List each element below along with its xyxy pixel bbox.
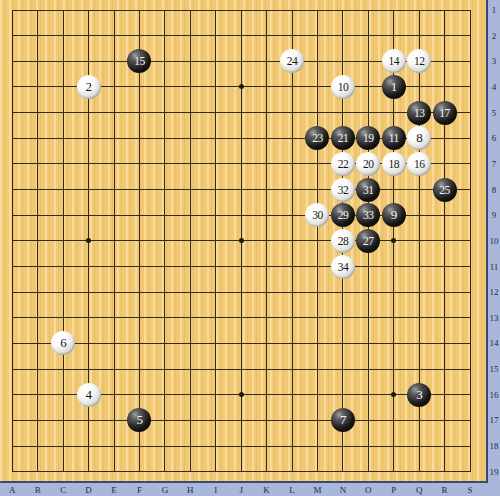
stone-white-10: 10 [331,75,355,99]
move-number: 14 [389,55,400,67]
move-number: 16 [414,157,425,169]
move-number: 27 [363,234,374,246]
stone-black-23: 23 [305,126,329,150]
grid-line-vertical [164,10,165,473]
move-number: 8 [416,130,422,146]
move-number: 24 [287,55,298,67]
column-label-R: R [442,485,448,495]
column-label-B: B [35,485,41,495]
move-number: 9 [391,207,397,223]
grid-line-vertical [266,10,267,473]
row-label-5: 5 [492,108,497,118]
stone-black-33: 33 [356,203,380,227]
move-number: 20 [363,157,374,169]
grid-line-vertical [470,10,471,473]
stone-white-32: 32 [331,178,355,202]
row-label-12: 12 [490,287,499,297]
star-point [391,392,396,397]
stone-white-34: 34 [331,255,355,279]
stone-white-30: 30 [305,203,329,227]
stone-white-28: 28 [331,229,355,253]
stone-white-18: 18 [382,152,406,176]
move-number: 5 [136,412,142,428]
grid-line-vertical [12,10,13,473]
column-label-Q: Q [416,485,423,495]
stone-black-27: 27 [356,229,380,253]
stone-white-14: 14 [382,49,406,73]
stone-black-3: 3 [407,383,431,407]
move-number: 34 [338,260,349,272]
grid-line-vertical [63,10,64,473]
row-label-17: 17 [490,415,499,425]
column-label-L: L [289,485,295,495]
move-number: 18 [389,157,400,169]
stone-white-20: 20 [356,152,380,176]
row-label-4: 4 [492,82,497,92]
star-point [86,238,91,243]
stone-black-1: 1 [382,75,406,99]
move-number: 2 [86,78,92,94]
grid-line-vertical [317,10,318,473]
move-number: 15 [134,55,145,67]
move-number: 1 [391,78,397,94]
row-label-2: 2 [492,31,497,41]
stone-black-11: 11 [382,126,406,150]
move-number: 12 [414,55,425,67]
stone-black-31: 31 [356,178,380,202]
go-diagram-window: 1234567891011121314151617181920212223242… [0,0,500,496]
stone-black-9: 9 [382,203,406,227]
column-label-H: H [187,485,194,495]
stone-white-12: 12 [407,49,431,73]
star-point [239,392,244,397]
stone-black-5: 5 [127,408,151,432]
stone-black-13: 13 [407,101,431,125]
move-number: 33 [363,209,374,221]
move-number: 7 [340,412,346,428]
move-number: 13 [414,106,425,118]
column-label-A: A [9,485,16,495]
column-label-G: G [162,485,169,495]
grid-line-vertical [292,10,293,473]
star-point [391,238,396,243]
move-number: 11 [389,132,399,144]
move-number: 32 [338,183,349,195]
row-label-14: 14 [490,338,499,348]
move-number: 17 [439,106,450,118]
grid-line-vertical [444,10,445,473]
stone-black-15: 15 [127,49,151,73]
row-label-3: 3 [492,56,497,66]
move-number: 19 [363,132,374,144]
column-label-M: M [313,485,321,495]
row-label-16: 16 [490,390,499,400]
stone-black-17: 17 [433,101,457,125]
column-label-K: K [263,485,270,495]
move-number: 31 [363,183,374,195]
grid-line-vertical [190,10,191,473]
stone-black-7: 7 [331,408,355,432]
column-label-O: O [365,485,372,495]
move-number: 21 [338,132,349,144]
move-number: 25 [439,183,450,195]
column-label-I: I [214,485,217,495]
stone-white-22: 22 [331,152,355,176]
grid-line-vertical [139,10,140,473]
move-number: 29 [338,209,349,221]
stone-black-25: 25 [433,178,457,202]
go-board[interactable]: 1234567891011121314151617181920212223242… [0,0,488,483]
row-label-10: 10 [490,236,499,246]
stone-white-4: 4 [77,383,101,407]
move-number: 28 [338,234,349,246]
column-label-N: N [340,485,347,495]
grid-line-vertical [215,10,216,473]
stone-black-19: 19 [356,126,380,150]
stone-black-29: 29 [331,203,355,227]
row-label-11: 11 [490,262,499,272]
row-label-7: 7 [492,159,497,169]
grid-line-vertical [114,10,115,473]
stone-white-2: 2 [77,75,101,99]
row-label-6: 6 [492,133,497,143]
column-label-D: D [85,485,92,495]
column-label-J: J [239,485,243,495]
column-label-E: E [111,485,117,495]
column-label-F: F [137,485,142,495]
row-label-15: 15 [490,364,499,374]
row-label-1: 1 [492,5,497,15]
move-number: 23 [312,132,323,144]
stone-white-24: 24 [280,49,304,73]
column-label-P: P [391,485,396,495]
stone-black-21: 21 [331,126,355,150]
row-label-9: 9 [492,210,497,220]
stone-white-16: 16 [407,152,431,176]
column-label-S: S [468,485,473,495]
move-number: 3 [416,386,422,402]
move-number: 30 [312,209,323,221]
row-label-8: 8 [492,185,497,195]
row-label-13: 13 [490,313,499,323]
row-label-19: 19 [490,467,499,477]
move-number: 4 [86,386,92,402]
row-label-18: 18 [490,441,499,451]
grid-line-vertical [37,10,38,473]
move-number: 22 [338,157,349,169]
star-point [239,238,244,243]
stone-white-8: 8 [407,126,431,150]
move-number: 10 [338,80,349,92]
column-label-C: C [60,485,66,495]
star-point [239,84,244,89]
move-number: 6 [60,335,66,351]
stone-white-6: 6 [51,331,75,355]
